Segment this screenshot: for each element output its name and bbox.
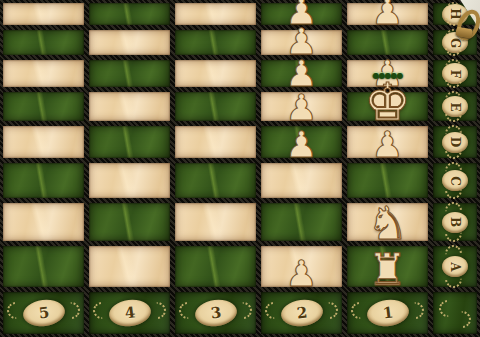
king-crown-beads: ●●●●●	[373, 72, 403, 80]
square-c4[interactable]	[89, 163, 170, 198]
square-b5[interactable]	[3, 203, 84, 241]
rank-number: 3	[209, 305, 221, 321]
square-e4[interactable]	[89, 92, 170, 121]
rank-label-2: 2	[261, 292, 342, 334]
square-g2[interactable]: ♟	[261, 30, 342, 55]
file-medallion: C	[442, 170, 468, 191]
square-h3[interactable]	[175, 3, 256, 25]
white-pawn[interactable]: ♟	[285, 127, 317, 163]
square-d2[interactable]: ♟	[261, 126, 342, 158]
square-g3[interactable]	[175, 30, 256, 55]
square-c5[interactable]	[3, 163, 84, 198]
rank-label-1: 1	[347, 292, 428, 334]
square-g1[interactable]	[347, 30, 428, 55]
square-f5[interactable]	[3, 60, 84, 87]
rank-medallion: 2	[279, 298, 324, 329]
file-label-e: E	[433, 92, 477, 121]
rank-label-5: 5	[3, 292, 84, 334]
rank-medallion: 1	[365, 298, 410, 329]
square-b3[interactable]	[175, 203, 256, 241]
square-h4[interactable]	[89, 3, 170, 25]
square-f3[interactable]	[175, 60, 256, 87]
file-medallion: F	[442, 63, 468, 84]
file-letter: D	[449, 137, 461, 147]
file-label-b: B	[433, 203, 477, 241]
file-label-c: C	[433, 163, 477, 198]
square-b4[interactable]	[89, 203, 170, 241]
rank-number: 1	[381, 305, 393, 321]
white-pawn[interactable]: ♟	[285, 90, 317, 126]
file-letter: B	[449, 217, 461, 227]
rank-medallion: 3	[193, 298, 238, 329]
square-e1[interactable]: ♚●●●●●	[347, 92, 428, 121]
white-pawn[interactable]: ♟	[371, 127, 403, 163]
square-e5[interactable]	[3, 92, 84, 121]
square-b2[interactable]	[261, 203, 342, 241]
rank-number: 5	[37, 305, 49, 321]
rank-number: 4	[123, 305, 135, 321]
square-a5[interactable]	[3, 246, 84, 287]
square-e2[interactable]: ♟	[261, 92, 342, 121]
file-letter: C	[449, 176, 461, 186]
square-c1[interactable]	[347, 163, 428, 198]
file-medallion: E	[442, 96, 468, 117]
square-f2[interactable]: ♟	[261, 60, 342, 87]
file-medallion: D	[442, 132, 468, 153]
square-c3[interactable]	[175, 163, 256, 198]
file-label-f: F	[433, 60, 477, 87]
white-knight[interactable]: ♞	[367, 200, 408, 246]
square-h1[interactable]: ♟	[347, 3, 428, 25]
white-rook[interactable]: ♜	[368, 248, 407, 292]
square-a4[interactable]	[89, 246, 170, 287]
rank-number: 2	[295, 305, 307, 321]
square-g5[interactable]	[3, 30, 84, 55]
rank-medallion: 5	[21, 298, 66, 329]
file-letter: A	[449, 262, 461, 271]
white-king[interactable]: ♚	[364, 76, 411, 128]
square-d5[interactable]	[3, 126, 84, 158]
rank-label-3: 3	[175, 292, 256, 334]
square-a3[interactable]	[175, 246, 256, 287]
square-a2[interactable]: ♟	[261, 246, 342, 287]
white-pawn[interactable]: ♟	[285, 256, 317, 292]
square-d4[interactable]	[89, 126, 170, 158]
square-d1[interactable]: ♟	[347, 126, 428, 158]
file-medallion: A	[442, 256, 468, 277]
square-f4[interactable]	[89, 60, 170, 87]
square-e3[interactable]	[175, 92, 256, 121]
file-letter: F	[449, 69, 461, 78]
square-b1[interactable]: ♞	[347, 203, 428, 241]
rank-medallion: 4	[107, 298, 152, 329]
file-label-a: A	[433, 246, 477, 287]
white-pawn[interactable]: ♟	[371, 0, 403, 30]
file-letter: E	[449, 102, 461, 111]
border-corner-ornament	[433, 292, 477, 334]
file-medallion: B	[442, 212, 468, 233]
file-label-d: D	[433, 126, 477, 158]
square-a1[interactable]: ♜	[347, 246, 428, 287]
square-h5[interactable]	[3, 3, 84, 25]
square-c2[interactable]	[261, 163, 342, 198]
square-g4[interactable]	[89, 30, 170, 55]
file-letter: G	[449, 37, 461, 47]
square-d3[interactable]	[175, 126, 256, 158]
rank-label-4: 4	[89, 292, 170, 334]
chess-board: ♟♟H♟G♟♟F♟♚●●●●●E♟♟DC♞B♟♜A54321	[0, 0, 480, 337]
